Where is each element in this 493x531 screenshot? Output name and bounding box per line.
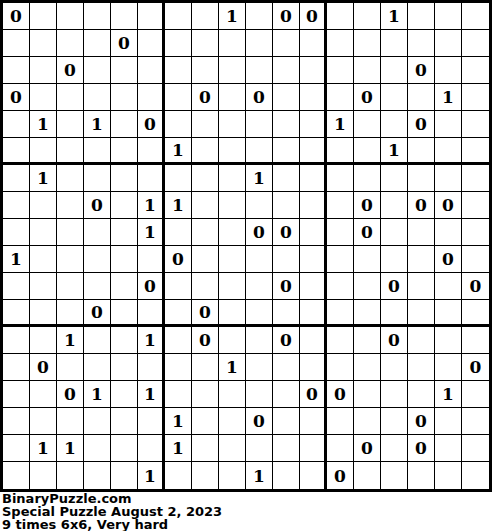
empty-cell[interactable] — [57, 84, 84, 111]
empty-cell[interactable] — [300, 30, 327, 57]
empty-cell[interactable] — [111, 381, 138, 408]
empty-cell[interactable] — [30, 3, 57, 30]
empty-cell[interactable] — [165, 165, 192, 192]
empty-cell[interactable] — [84, 165, 111, 192]
empty-cell[interactable] — [3, 219, 30, 246]
empty-cell[interactable] — [165, 354, 192, 381]
empty-cell[interactable] — [30, 30, 57, 57]
empty-cell[interactable] — [273, 84, 300, 111]
empty-cell[interactable] — [462, 111, 489, 138]
empty-cell[interactable] — [84, 408, 111, 435]
empty-cell[interactable] — [381, 246, 408, 273]
empty-cell[interactable] — [192, 3, 219, 30]
empty-cell[interactable] — [3, 111, 30, 138]
empty-cell[interactable] — [219, 165, 246, 192]
empty-cell[interactable] — [57, 408, 84, 435]
empty-cell[interactable] — [192, 462, 219, 489]
empty-cell[interactable] — [273, 408, 300, 435]
empty-cell[interactable] — [3, 192, 30, 219]
empty-cell[interactable] — [111, 111, 138, 138]
empty-cell[interactable] — [300, 327, 327, 354]
empty-cell[interactable] — [381, 381, 408, 408]
empty-cell[interactable] — [30, 219, 57, 246]
given-digit-cell: 0 — [165, 246, 192, 273]
empty-cell[interactable] — [84, 354, 111, 381]
empty-cell[interactable] — [381, 192, 408, 219]
empty-cell[interactable] — [246, 273, 273, 300]
empty-cell[interactable] — [273, 462, 300, 489]
empty-cell[interactable] — [246, 327, 273, 354]
empty-cell[interactable] — [219, 273, 246, 300]
empty-cell[interactable] — [30, 381, 57, 408]
empty-cell[interactable] — [30, 462, 57, 489]
empty-cell[interactable] — [273, 111, 300, 138]
empty-cell[interactable] — [246, 246, 273, 273]
empty-cell[interactable] — [408, 219, 435, 246]
given-digit-cell: 1 — [246, 462, 273, 489]
empty-cell[interactable] — [381, 219, 408, 246]
empty-cell[interactable] — [138, 408, 165, 435]
empty-cell[interactable] — [30, 273, 57, 300]
given-digit-cell: 1 — [30, 111, 57, 138]
empty-cell[interactable] — [327, 435, 354, 462]
empty-cell[interactable] — [192, 381, 219, 408]
given-digit-cell: 0 — [3, 84, 30, 111]
empty-cell[interactable] — [273, 300, 300, 327]
empty-cell[interactable] — [408, 381, 435, 408]
given-digit-cell: 0 — [273, 219, 300, 246]
empty-cell[interactable] — [354, 327, 381, 354]
given-digit-cell: 0 — [273, 327, 300, 354]
empty-cell[interactable] — [138, 3, 165, 30]
empty-cell[interactable] — [354, 462, 381, 489]
empty-cell[interactable] — [327, 84, 354, 111]
empty-cell[interactable] — [57, 300, 84, 327]
empty-cell[interactable] — [381, 300, 408, 327]
empty-cell[interactable] — [300, 192, 327, 219]
empty-cell[interactable] — [111, 138, 138, 165]
empty-cell[interactable] — [435, 138, 462, 165]
empty-cell[interactable] — [327, 300, 354, 327]
empty-cell[interactable] — [354, 3, 381, 30]
empty-cell[interactable] — [192, 408, 219, 435]
empty-cell[interactable] — [435, 273, 462, 300]
empty-cell[interactable] — [381, 30, 408, 57]
empty-cell[interactable] — [84, 219, 111, 246]
empty-cell[interactable] — [30, 408, 57, 435]
given-digit-cell: 0 — [138, 273, 165, 300]
given-digit-cell: 0 — [408, 408, 435, 435]
given-digit-cell: 0 — [381, 273, 408, 300]
empty-cell[interactable] — [300, 435, 327, 462]
empty-cell[interactable] — [57, 192, 84, 219]
empty-cell[interactable] — [192, 57, 219, 84]
given-digit-cell: 1 — [57, 435, 84, 462]
empty-cell[interactable] — [111, 165, 138, 192]
empty-cell[interactable] — [111, 408, 138, 435]
empty-cell[interactable] — [300, 408, 327, 435]
given-digit-cell: 1 — [219, 354, 246, 381]
empty-cell[interactable] — [354, 300, 381, 327]
given-digit-cell: 0 — [354, 84, 381, 111]
empty-cell[interactable] — [273, 354, 300, 381]
empty-cell[interactable] — [219, 327, 246, 354]
empty-cell[interactable] — [462, 165, 489, 192]
footer: BinaryPuzzle.com Special Puzzle August 2… — [2, 492, 493, 531]
empty-cell[interactable] — [84, 138, 111, 165]
empty-cell[interactable] — [246, 381, 273, 408]
empty-cell[interactable] — [327, 165, 354, 192]
empty-cell[interactable] — [300, 462, 327, 489]
given-digit-cell: 1 — [30, 435, 57, 462]
empty-cell[interactable] — [327, 273, 354, 300]
empty-cell[interactable] — [381, 435, 408, 462]
empty-cell[interactable] — [435, 219, 462, 246]
empty-cell[interactable] — [354, 30, 381, 57]
empty-cell[interactable] — [138, 84, 165, 111]
empty-cell[interactable] — [57, 273, 84, 300]
empty-cell[interactable] — [327, 246, 354, 273]
empty-cell[interactable] — [462, 138, 489, 165]
empty-cell[interactable] — [192, 354, 219, 381]
empty-cell[interactable] — [3, 57, 30, 84]
empty-cell[interactable] — [138, 30, 165, 57]
empty-cell[interactable] — [84, 327, 111, 354]
empty-cell[interactable] — [138, 165, 165, 192]
empty-cell[interactable] — [111, 57, 138, 84]
empty-cell[interactable] — [219, 111, 246, 138]
empty-cell[interactable] — [354, 246, 381, 273]
empty-cell[interactable] — [327, 219, 354, 246]
empty-cell[interactable] — [327, 354, 354, 381]
empty-cell[interactable] — [246, 435, 273, 462]
empty-cell[interactable] — [138, 138, 165, 165]
empty-cell[interactable] — [246, 111, 273, 138]
empty-cell[interactable] — [30, 138, 57, 165]
empty-cell[interactable] — [138, 57, 165, 84]
given-digit-cell: 0 — [3, 3, 30, 30]
empty-cell[interactable] — [165, 381, 192, 408]
empty-cell[interactable] — [84, 3, 111, 30]
empty-cell[interactable] — [300, 138, 327, 165]
empty-cell[interactable] — [300, 165, 327, 192]
empty-cell[interactable] — [111, 219, 138, 246]
given-digit-cell: 1 — [165, 408, 192, 435]
empty-cell[interactable] — [435, 435, 462, 462]
empty-cell[interactable] — [408, 246, 435, 273]
empty-cell[interactable] — [3, 408, 30, 435]
empty-cell[interactable] — [408, 3, 435, 30]
empty-cell[interactable] — [462, 57, 489, 84]
empty-cell[interactable] — [354, 138, 381, 165]
empty-cell[interactable] — [435, 408, 462, 435]
empty-cell[interactable] — [138, 435, 165, 462]
empty-cell[interactable] — [246, 57, 273, 84]
given-digit-cell: 0 — [354, 435, 381, 462]
empty-cell[interactable] — [435, 57, 462, 84]
empty-cell[interactable] — [219, 57, 246, 84]
empty-cell[interactable] — [462, 192, 489, 219]
empty-cell[interactable] — [354, 273, 381, 300]
empty-cell[interactable] — [3, 435, 30, 462]
empty-cell[interactable] — [327, 327, 354, 354]
empty-cell[interactable] — [462, 30, 489, 57]
given-digit-cell: 1 — [435, 381, 462, 408]
empty-cell[interactable] — [30, 192, 57, 219]
empty-cell[interactable] — [219, 30, 246, 57]
given-digit-cell: 1 — [3, 246, 30, 273]
empty-cell[interactable] — [192, 246, 219, 273]
empty-cell[interactable] — [165, 273, 192, 300]
given-digit-cell: 0 — [138, 111, 165, 138]
empty-cell[interactable] — [327, 57, 354, 84]
given-digit-cell: 1 — [327, 111, 354, 138]
empty-cell[interactable] — [57, 138, 84, 165]
empty-cell[interactable] — [192, 435, 219, 462]
empty-cell[interactable] — [192, 30, 219, 57]
empty-cell[interactable] — [462, 219, 489, 246]
empty-cell[interactable] — [246, 138, 273, 165]
empty-cell[interactable] — [3, 273, 30, 300]
given-digit-cell: 0 — [246, 84, 273, 111]
given-digit-cell: 1 — [30, 165, 57, 192]
given-digit-cell: 0 — [354, 219, 381, 246]
empty-cell[interactable] — [30, 300, 57, 327]
empty-cell[interactable] — [165, 111, 192, 138]
empty-cell[interactable] — [381, 408, 408, 435]
empty-cell[interactable] — [84, 246, 111, 273]
empty-cell[interactable] — [219, 84, 246, 111]
empty-cell[interactable] — [435, 3, 462, 30]
empty-cell[interactable] — [462, 300, 489, 327]
empty-cell[interactable] — [300, 57, 327, 84]
empty-cell[interactable] — [219, 246, 246, 273]
empty-cell[interactable] — [435, 354, 462, 381]
empty-cell[interactable] — [165, 300, 192, 327]
empty-cell[interactable] — [300, 219, 327, 246]
empty-cell[interactable] — [219, 138, 246, 165]
empty-cell[interactable] — [273, 246, 300, 273]
empty-cell[interactable] — [111, 246, 138, 273]
empty-cell[interactable] — [381, 165, 408, 192]
empty-cell[interactable] — [3, 300, 30, 327]
empty-cell[interactable] — [408, 165, 435, 192]
given-digit-cell: 0 — [381, 327, 408, 354]
empty-cell[interactable] — [165, 462, 192, 489]
empty-cell[interactable] — [57, 462, 84, 489]
empty-cell[interactable] — [219, 192, 246, 219]
empty-cell[interactable] — [381, 354, 408, 381]
empty-cell[interactable] — [300, 111, 327, 138]
empty-cell[interactable] — [462, 84, 489, 111]
empty-cell[interactable] — [246, 300, 273, 327]
empty-cell[interactable] — [192, 273, 219, 300]
empty-cell[interactable] — [354, 381, 381, 408]
empty-cell[interactable] — [246, 192, 273, 219]
empty-cell[interactable] — [3, 327, 30, 354]
given-digit-cell: 0 — [273, 273, 300, 300]
empty-cell[interactable] — [57, 30, 84, 57]
empty-cell[interactable] — [165, 84, 192, 111]
empty-cell[interactable] — [30, 327, 57, 354]
empty-cell[interactable] — [300, 354, 327, 381]
given-digit-cell: 0 — [84, 300, 111, 327]
given-digit-cell: 0 — [246, 408, 273, 435]
empty-cell[interactable] — [354, 354, 381, 381]
empty-cell[interactable] — [111, 327, 138, 354]
empty-cell[interactable] — [273, 57, 300, 84]
empty-cell[interactable] — [30, 84, 57, 111]
given-digit-cell: 0 — [192, 84, 219, 111]
empty-cell[interactable] — [57, 165, 84, 192]
empty-cell[interactable] — [111, 3, 138, 30]
empty-cell[interactable] — [273, 30, 300, 57]
given-digit-cell: 0 — [84, 192, 111, 219]
given-digit-cell: 0 — [462, 354, 489, 381]
given-digit-cell: 0 — [246, 219, 273, 246]
empty-cell[interactable] — [192, 219, 219, 246]
empty-cell[interactable] — [57, 246, 84, 273]
empty-cell[interactable] — [381, 462, 408, 489]
empty-cell[interactable] — [84, 84, 111, 111]
empty-cell[interactable] — [138, 300, 165, 327]
empty-cell[interactable] — [354, 408, 381, 435]
empty-cell[interactable] — [111, 273, 138, 300]
empty-cell[interactable] — [354, 57, 381, 84]
empty-cell[interactable] — [111, 192, 138, 219]
given-digit-cell: 1 — [246, 165, 273, 192]
given-digit-cell: 1 — [138, 462, 165, 489]
empty-cell[interactable] — [408, 30, 435, 57]
empty-cell[interactable] — [246, 30, 273, 57]
empty-cell[interactable] — [435, 462, 462, 489]
empty-cell[interactable] — [300, 300, 327, 327]
empty-cell[interactable] — [165, 3, 192, 30]
empty-cell[interactable] — [327, 408, 354, 435]
empty-cell[interactable] — [435, 165, 462, 192]
empty-cell[interactable] — [84, 435, 111, 462]
empty-cell[interactable] — [300, 84, 327, 111]
empty-cell[interactable] — [435, 300, 462, 327]
empty-cell[interactable] — [273, 165, 300, 192]
empty-cell[interactable] — [84, 57, 111, 84]
empty-cell[interactable] — [435, 30, 462, 57]
empty-cell[interactable] — [111, 300, 138, 327]
empty-cell[interactable] — [192, 111, 219, 138]
empty-cell[interactable] — [219, 408, 246, 435]
empty-cell[interactable] — [408, 300, 435, 327]
empty-cell[interactable] — [273, 192, 300, 219]
empty-cell[interactable] — [3, 381, 30, 408]
empty-cell[interactable] — [138, 246, 165, 273]
empty-cell[interactable] — [165, 57, 192, 84]
empty-cell[interactable] — [381, 111, 408, 138]
empty-cell[interactable] — [165, 219, 192, 246]
empty-cell[interactable] — [111, 84, 138, 111]
empty-cell[interactable] — [84, 273, 111, 300]
empty-cell[interactable] — [3, 462, 30, 489]
given-digit-cell: 0 — [300, 3, 327, 30]
empty-cell[interactable] — [3, 138, 30, 165]
empty-cell[interactable] — [300, 246, 327, 273]
empty-cell[interactable] — [273, 138, 300, 165]
empty-cell[interactable] — [354, 165, 381, 192]
empty-cell[interactable] — [219, 435, 246, 462]
empty-cell[interactable] — [219, 300, 246, 327]
empty-cell[interactable] — [3, 354, 30, 381]
empty-cell[interactable] — [381, 84, 408, 111]
empty-cell[interactable] — [327, 192, 354, 219]
empty-cell[interactable] — [435, 327, 462, 354]
empty-cell[interactable] — [57, 354, 84, 381]
empty-cell[interactable] — [462, 462, 489, 489]
empty-cell[interactable] — [462, 327, 489, 354]
empty-cell[interactable] — [192, 138, 219, 165]
given-digit-cell: 1 — [381, 138, 408, 165]
empty-cell[interactable] — [462, 3, 489, 30]
empty-cell[interactable] — [354, 111, 381, 138]
empty-cell[interactable] — [327, 3, 354, 30]
empty-cell[interactable] — [3, 165, 30, 192]
empty-cell[interactable] — [462, 246, 489, 273]
empty-cell[interactable] — [435, 111, 462, 138]
empty-cell[interactable] — [408, 462, 435, 489]
empty-cell[interactable] — [192, 192, 219, 219]
empty-cell[interactable] — [84, 462, 111, 489]
empty-cell[interactable] — [408, 84, 435, 111]
empty-cell[interactable] — [138, 354, 165, 381]
empty-cell[interactable] — [327, 138, 354, 165]
empty-cell[interactable] — [408, 273, 435, 300]
empty-cell[interactable] — [192, 165, 219, 192]
given-digit-cell: 0 — [435, 246, 462, 273]
empty-cell[interactable] — [246, 354, 273, 381]
empty-cell[interactable] — [327, 30, 354, 57]
empty-cell[interactable] — [408, 354, 435, 381]
empty-cell[interactable] — [219, 219, 246, 246]
empty-cell[interactable] — [30, 57, 57, 84]
empty-cell[interactable] — [57, 111, 84, 138]
empty-cell[interactable] — [273, 435, 300, 462]
empty-cell[interactable] — [111, 462, 138, 489]
given-digit-cell: 0 — [300, 381, 327, 408]
empty-cell[interactable] — [165, 327, 192, 354]
empty-cell[interactable] — [246, 3, 273, 30]
given-digit-cell: 0 — [192, 300, 219, 327]
empty-cell[interactable] — [300, 273, 327, 300]
empty-cell[interactable] — [111, 354, 138, 381]
empty-cell[interactable] — [84, 30, 111, 57]
empty-cell[interactable] — [111, 435, 138, 462]
empty-cell[interactable] — [273, 381, 300, 408]
empty-cell[interactable] — [462, 435, 489, 462]
empty-cell[interactable] — [219, 381, 246, 408]
empty-cell[interactable] — [57, 219, 84, 246]
empty-cell[interactable] — [408, 327, 435, 354]
empty-cell[interactable] — [3, 30, 30, 57]
given-digit-cell: 1 — [138, 192, 165, 219]
empty-cell[interactable] — [165, 30, 192, 57]
given-digit-cell: 0 — [408, 435, 435, 462]
empty-cell[interactable] — [30, 246, 57, 273]
empty-cell[interactable] — [381, 57, 408, 84]
empty-cell[interactable] — [462, 408, 489, 435]
empty-cell[interactable] — [219, 462, 246, 489]
empty-cell[interactable] — [408, 138, 435, 165]
empty-cell[interactable] — [57, 3, 84, 30]
empty-cell[interactable] — [462, 381, 489, 408]
given-digit-cell: 0 — [327, 381, 354, 408]
